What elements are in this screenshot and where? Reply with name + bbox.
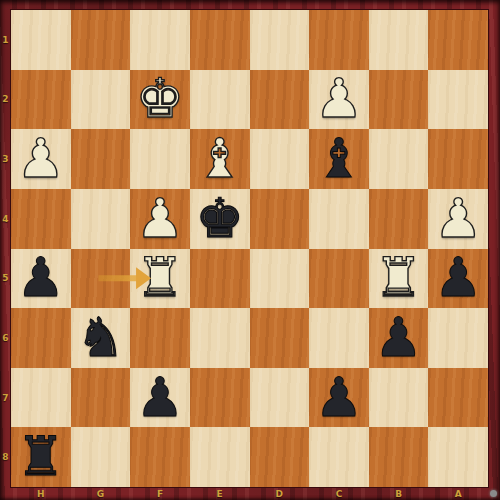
corner-dot bbox=[490, 490, 497, 497]
square-b1[interactable] bbox=[369, 10, 429, 70]
piece-white-pawn-h3[interactable]: ♟ bbox=[11, 129, 71, 189]
square-d5[interactable] bbox=[250, 249, 310, 309]
square-e8[interactable] bbox=[190, 427, 250, 487]
square-b6[interactable]: ♟ bbox=[369, 308, 429, 368]
square-c7[interactable]: ♟ bbox=[309, 368, 369, 428]
square-d8[interactable] bbox=[250, 427, 310, 487]
piece-white-rook-f5[interactable]: ♜ bbox=[130, 249, 190, 309]
rank-label-1: 1 bbox=[0, 10, 11, 70]
square-g5[interactable] bbox=[71, 249, 131, 309]
square-f8[interactable] bbox=[130, 427, 190, 487]
square-h7[interactable] bbox=[11, 368, 71, 428]
square-f2[interactable]: ♚ bbox=[130, 70, 190, 130]
square-f5[interactable]: ♜ bbox=[130, 249, 190, 309]
square-b8[interactable] bbox=[369, 427, 429, 487]
square-c6[interactable] bbox=[309, 308, 369, 368]
file-label-d: D bbox=[250, 487, 310, 500]
square-c8[interactable] bbox=[309, 427, 369, 487]
square-c2[interactable]: ♟ bbox=[309, 70, 369, 130]
square-b7[interactable] bbox=[369, 368, 429, 428]
square-g6[interactable]: ♞ bbox=[71, 308, 131, 368]
piece-black-pawn-f7[interactable]: ♟ bbox=[130, 368, 190, 428]
square-g1[interactable] bbox=[71, 10, 131, 70]
square-d7[interactable] bbox=[250, 368, 310, 428]
piece-black-pawn-b6[interactable]: ♟ bbox=[369, 308, 429, 368]
square-e2[interactable] bbox=[190, 70, 250, 130]
square-h4[interactable] bbox=[11, 189, 71, 249]
square-f6[interactable] bbox=[130, 308, 190, 368]
rank-label-5: 5 bbox=[0, 249, 11, 309]
piece-black-bishop-c3[interactable]: ♝ bbox=[309, 129, 369, 189]
square-f7[interactable]: ♟ bbox=[130, 368, 190, 428]
square-e3[interactable]: ♝ bbox=[190, 129, 250, 189]
square-e6[interactable] bbox=[190, 308, 250, 368]
square-a4[interactable]: ♟ bbox=[428, 189, 488, 249]
square-g7[interactable] bbox=[71, 368, 131, 428]
piece-black-king-e4[interactable]: ♚ bbox=[190, 189, 250, 249]
piece-white-rook-b5[interactable]: ♜ bbox=[369, 249, 429, 309]
square-d4[interactable] bbox=[250, 189, 310, 249]
square-a6[interactable] bbox=[428, 308, 488, 368]
square-b5[interactable]: ♜ bbox=[369, 249, 429, 309]
file-label-h: H bbox=[11, 487, 71, 500]
chess-app: ♚♟♟♝♝♟♚♟♟♜♜♟♞♟♟♟♜ 12345678HGFEDCBA bbox=[0, 0, 500, 500]
square-d6[interactable] bbox=[250, 308, 310, 368]
piece-white-king-f2[interactable]: ♚ bbox=[130, 70, 190, 130]
piece-white-pawn-c2[interactable]: ♟ bbox=[309, 70, 369, 130]
square-a2[interactable] bbox=[428, 70, 488, 130]
square-a7[interactable] bbox=[428, 368, 488, 428]
rank-label-2: 2 bbox=[0, 70, 11, 130]
rank-label-3: 3 bbox=[0, 129, 11, 189]
file-label-f: F bbox=[130, 487, 190, 500]
square-a5[interactable]: ♟ bbox=[428, 249, 488, 309]
square-b3[interactable] bbox=[369, 129, 429, 189]
piece-black-knight-g6[interactable]: ♞ bbox=[71, 308, 131, 368]
square-h5[interactable]: ♟ bbox=[11, 249, 71, 309]
square-d2[interactable] bbox=[250, 70, 310, 130]
file-label-a: A bbox=[428, 487, 488, 500]
piece-black-pawn-a5[interactable]: ♟ bbox=[428, 249, 488, 309]
square-c1[interactable] bbox=[309, 10, 369, 70]
square-b2[interactable] bbox=[369, 70, 429, 130]
square-f1[interactable] bbox=[130, 10, 190, 70]
square-c4[interactable] bbox=[309, 189, 369, 249]
square-a1[interactable] bbox=[428, 10, 488, 70]
piece-white-pawn-f4[interactable]: ♟ bbox=[130, 189, 190, 249]
file-label-e: E bbox=[190, 487, 250, 500]
square-g3[interactable] bbox=[71, 129, 131, 189]
square-f3[interactable] bbox=[130, 129, 190, 189]
square-h6[interactable] bbox=[11, 308, 71, 368]
square-g8[interactable] bbox=[71, 427, 131, 487]
square-c3[interactable]: ♝ bbox=[309, 129, 369, 189]
square-e5[interactable] bbox=[190, 249, 250, 309]
square-g2[interactable] bbox=[71, 70, 131, 130]
chess-board: ♚♟♟♝♝♟♚♟♟♜♜♟♞♟♟♟♜ bbox=[11, 10, 488, 487]
square-c5[interactable] bbox=[309, 249, 369, 309]
square-h8[interactable]: ♜ bbox=[11, 427, 71, 487]
square-e4[interactable]: ♚ bbox=[190, 189, 250, 249]
piece-black-pawn-c7[interactable]: ♟ bbox=[309, 368, 369, 428]
square-g4[interactable] bbox=[71, 189, 131, 249]
file-label-g: G bbox=[71, 487, 131, 500]
piece-white-bishop-e3[interactable]: ♝ bbox=[190, 129, 250, 189]
square-h1[interactable] bbox=[11, 10, 71, 70]
square-e7[interactable] bbox=[190, 368, 250, 428]
piece-black-rook-h8[interactable]: ♜ bbox=[11, 427, 71, 487]
square-a8[interactable] bbox=[428, 427, 488, 487]
square-a3[interactable] bbox=[428, 129, 488, 189]
file-label-c: C bbox=[309, 487, 369, 500]
square-e1[interactable] bbox=[190, 10, 250, 70]
rank-label-4: 4 bbox=[0, 189, 11, 249]
square-h3[interactable]: ♟ bbox=[11, 129, 71, 189]
rank-label-6: 6 bbox=[0, 308, 11, 368]
file-label-b: B bbox=[369, 487, 429, 500]
piece-white-pawn-a4[interactable]: ♟ bbox=[428, 189, 488, 249]
square-f4[interactable]: ♟ bbox=[130, 189, 190, 249]
square-h2[interactable] bbox=[11, 70, 71, 130]
square-b4[interactable] bbox=[369, 189, 429, 249]
piece-black-pawn-h5[interactable]: ♟ bbox=[11, 249, 71, 309]
square-d1[interactable] bbox=[250, 10, 310, 70]
rank-label-8: 8 bbox=[0, 427, 11, 487]
square-d3[interactable] bbox=[250, 129, 310, 189]
rank-label-7: 7 bbox=[0, 368, 11, 428]
